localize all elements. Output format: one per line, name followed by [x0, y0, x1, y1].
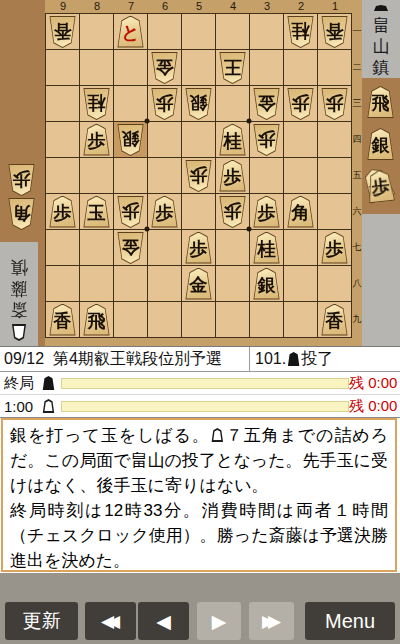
square-2-9[interactable]: [284, 302, 317, 337]
name-char: 山: [373, 36, 390, 57]
shogi-app-screen: 歩角 斎藤慎 987654321 香と桂香金王桂歩銀金歩歩歩銀桂歩歩歩歩玉歩歩歩…: [0, 0, 400, 644]
square-7-9[interactable]: [114, 302, 147, 337]
square-2-3[interactable]: 歩: [284, 86, 317, 121]
square-9-7[interactable]: [46, 230, 79, 265]
square-2-5[interactable]: [284, 158, 317, 193]
square-8-6[interactable]: 玉: [80, 194, 113, 229]
square-1-4[interactable]: [318, 122, 351, 157]
koma-歩: 歩: [116, 196, 145, 228]
square-7-3[interactable]: [114, 86, 147, 121]
square-8-4[interactable]: 歩: [80, 122, 113, 157]
game-date: 09/12: [4, 350, 44, 368]
file-label-8: 8: [80, 0, 114, 13]
koma-角: 角: [286, 196, 315, 228]
gote-clock-row: 1:00 残 0:00: [0, 395, 400, 417]
koma-歩: 歩: [48, 196, 77, 228]
white-shogi-piece-icon: [11, 324, 27, 341]
koma-歩: 歩: [252, 124, 281, 156]
square-4-7[interactable]: [216, 230, 249, 265]
koma-金: 金: [150, 52, 179, 84]
koma-飛: 飛: [82, 304, 111, 336]
file-label-3: 3: [250, 0, 284, 13]
square-8-5[interactable]: [80, 158, 113, 193]
square-1-6[interactable]: [318, 194, 351, 229]
square-9-4[interactable]: [46, 122, 79, 157]
square-8-9[interactable]: 飛: [80, 302, 113, 337]
event-name: 第4期叡王戦段位別予選: [53, 349, 222, 370]
name-char: 鎮: [373, 57, 390, 78]
koma-桂: 桂: [252, 232, 281, 264]
square-5-2[interactable]: [182, 50, 215, 85]
previous-move-button[interactable]: ◀: [138, 602, 189, 640]
square-6-7[interactable]: [148, 230, 181, 265]
square-1-8[interactable]: [318, 266, 351, 301]
shogi-board: 987654321 香と桂香金王桂歩銀金歩歩歩銀桂歩歩歩歩玉歩歩歩歩角金歩桂歩金…: [45, 0, 362, 346]
file-label-5: 5: [182, 0, 216, 13]
sente-player-name: 畠山鎮: [373, 15, 390, 78]
gote-player-name: 斎藤慎: [11, 257, 28, 320]
square-4-6[interactable]: 歩: [216, 194, 249, 229]
gote-remaining-time: 残 0:00: [349, 397, 400, 416]
file-label-4: 4: [216, 0, 250, 13]
rank-label: 四: [352, 121, 362, 157]
square-8-3[interactable]: 桂: [80, 86, 113, 121]
square-6-6[interactable]: 歩: [148, 194, 181, 229]
gote-captured-pieces[interactable]: 歩角: [0, 0, 45, 242]
black-shogi-piece-icon: [42, 376, 55, 390]
koma-香: 香: [48, 16, 77, 48]
koma-金: 金: [184, 268, 213, 300]
square-1-2[interactable]: [318, 50, 351, 85]
square-7-8[interactable]: [114, 266, 147, 301]
square-7-4[interactable]: 銀: [114, 122, 147, 157]
square-4-8[interactable]: [216, 266, 249, 301]
name-char: 藤: [11, 278, 28, 299]
koma-銀[interactable]: 銀: [366, 128, 395, 160]
update-button[interactable]: 更新: [5, 602, 78, 640]
koma-歩: 歩: [286, 88, 315, 120]
black-shogi-piece-icon: [287, 352, 300, 366]
square-3-2[interactable]: [250, 50, 283, 85]
koma-桂: 桂: [218, 124, 247, 156]
white-shogi-piece-icon: [211, 428, 224, 442]
square-7-7[interactable]: 金: [114, 230, 147, 265]
next-move-button[interactable]: ▶: [197, 602, 241, 640]
koma-歩: 歩: [150, 196, 179, 228]
sente-clock-label: 終局: [0, 374, 40, 393]
koma-歩: 歩: [252, 196, 281, 228]
sente-clock-row: 終局 残 0:00: [0, 372, 400, 395]
square-3-9[interactable]: [250, 302, 283, 337]
square-1-3[interactable]: 歩: [318, 86, 351, 121]
koma-香: 香: [320, 16, 349, 48]
board-zone: 歩角 斎藤慎 987654321 香と桂香金王桂歩銀金歩歩歩銀桂歩歩歩歩玉歩歩歩…: [0, 0, 400, 346]
rewind-to-start-button[interactable]: ◀◀: [85, 602, 136, 640]
square-1-1[interactable]: 香: [318, 14, 351, 49]
name-char: 慎: [11, 257, 28, 278]
square-7-2[interactable]: [114, 50, 147, 85]
star-point: [247, 119, 252, 124]
gote-clock-label: 1:00: [0, 398, 40, 415]
rank-label: 七: [352, 229, 362, 265]
square-5-4[interactable]: [182, 122, 215, 157]
square-5-7[interactable]: 歩: [182, 230, 215, 265]
square-8-8[interactable]: [80, 266, 113, 301]
square-3-6[interactable]: 歩: [250, 194, 283, 229]
square-2-2[interactable]: [284, 50, 317, 85]
square-9-6[interactable]: 歩: [46, 194, 79, 229]
sente-time-bar: [61, 378, 349, 389]
left-arrow-icon: ◀: [156, 612, 171, 631]
square-9-8[interactable]: [46, 266, 79, 301]
move-text: 投了: [301, 349, 333, 370]
square-9-1[interactable]: 香: [46, 14, 79, 49]
file-label-6: 6: [148, 0, 182, 13]
move-number: 101.: [255, 350, 286, 368]
koma-角[interactable]: 角: [7, 198, 36, 230]
square-2-8[interactable]: [284, 266, 317, 301]
square-8-2[interactable]: [80, 50, 113, 85]
double-left-arrow-icon: ◀◀: [101, 613, 120, 630]
koma-歩: 歩: [320, 232, 349, 264]
square-7-6[interactable]: 歩: [114, 194, 147, 229]
square-4-9[interactable]: [216, 302, 249, 337]
square-4-1[interactable]: [216, 14, 249, 49]
square-6-3[interactable]: 歩: [148, 86, 181, 121]
black-shogi-piece-icon: [373, 5, 389, 11]
comment-segment: 銀を打って玉をしばる。: [10, 426, 210, 445]
koma-香: 香: [48, 304, 77, 336]
square-3-3[interactable]: 金: [250, 86, 283, 121]
sente-sidebar: 畠山鎮 飛銀歩歩: [362, 0, 400, 346]
commentary-box[interactable]: 銀を打って玉をしばる。７五角までの詰めろだ。この局面で畠山の投了となった。先手玉…: [1, 418, 397, 572]
square-7-1[interactable]: と: [114, 14, 147, 49]
square-2-7[interactable]: [284, 230, 317, 265]
square-5-3[interactable]: 銀: [182, 86, 215, 121]
koma-飛[interactable]: 飛: [366, 86, 395, 118]
square-4-4[interactable]: 桂: [216, 122, 249, 157]
square-9-3[interactable]: [46, 86, 79, 121]
square-7-5[interactable]: [114, 158, 147, 193]
file-label-2: 2: [284, 0, 318, 13]
sente-name-panel: 畠山鎮: [362, 0, 400, 78]
koma-歩: 歩: [150, 88, 179, 120]
file-label-1: 1: [318, 0, 352, 13]
square-5-1[interactable]: [182, 14, 215, 49]
square-1-9[interactable]: 香: [318, 302, 351, 337]
gote-sidebar: 歩角 斎藤慎: [0, 0, 45, 346]
current-move: 101. 投了: [250, 349, 333, 370]
koma-桂: 桂: [82, 88, 111, 120]
square-5-6[interactable]: [182, 194, 215, 229]
koma-香: 香: [320, 304, 349, 336]
square-3-7[interactable]: 桂: [250, 230, 283, 265]
square-4-5[interactable]: 歩: [216, 158, 249, 193]
commentary-text-2: 終局時刻は12時33分。消費時間は両者１時間（チェスクロック使用）。勝った斎藤は…: [10, 498, 388, 572]
square-9-9[interactable]: 香: [46, 302, 79, 337]
rank-label: 三: [352, 85, 362, 121]
file-label-9: 9: [46, 0, 80, 13]
square-8-7[interactable]: [80, 230, 113, 265]
rank-label: 六: [352, 193, 362, 229]
koma-歩: 歩: [82, 124, 111, 156]
square-9-5[interactable]: [46, 158, 79, 193]
koma-銀: 銀: [184, 88, 213, 120]
square-5-9[interactable]: [182, 302, 215, 337]
koma-と: と: [116, 16, 145, 48]
square-9-2[interactable]: [46, 50, 79, 85]
koma-歩: 歩: [218, 196, 247, 228]
square-1-7[interactable]: 歩: [318, 230, 351, 265]
koma-歩[interactable]: 歩: [7, 164, 36, 196]
square-5-8[interactable]: 金: [182, 266, 215, 301]
square-4-2[interactable]: 王: [216, 50, 249, 85]
sidebar-filler: [362, 214, 400, 346]
name-char: 斎: [11, 299, 28, 320]
star-point: [145, 119, 150, 124]
rank-label: 八: [352, 265, 362, 301]
koma-銀: 銀: [116, 124, 145, 156]
fast-forward-button[interactable]: ▶▶: [249, 602, 294, 640]
square-3-1[interactable]: [250, 14, 283, 49]
square-2-1[interactable]: 桂: [284, 14, 317, 49]
square-6-9[interactable]: [148, 302, 181, 337]
file-label-7: 7: [114, 0, 148, 13]
square-8-1[interactable]: [80, 14, 113, 49]
gote-time-bar: [61, 401, 349, 412]
koma-歩: 歩: [184, 232, 213, 264]
square-4-3[interactable]: [216, 86, 249, 121]
board-grid: 香と桂香金王桂歩銀金歩歩歩銀桂歩歩歩歩玉歩歩歩歩角金歩桂歩金銀香飛香: [45, 13, 352, 338]
square-6-4[interactable]: [148, 122, 181, 157]
koma-王: 王: [218, 52, 247, 84]
koma-金: 金: [116, 232, 145, 264]
koma-歩: 歩: [320, 88, 349, 120]
square-2-4[interactable]: [284, 122, 317, 157]
rank-label: 九: [352, 301, 362, 337]
koma-金: 金: [252, 88, 281, 120]
square-6-8[interactable]: [148, 266, 181, 301]
commentary-text: 銀を打って玉をしばる。７五角までの詰めろだ。この局面で畠山の投了となった。先手玉…: [10, 423, 388, 498]
rank-label: 一: [352, 13, 362, 49]
right-arrow-icon: ▶: [212, 612, 227, 631]
square-5-5[interactable]: 歩: [182, 158, 215, 193]
game-info: 09/12 第4期叡王戦段位別予選: [0, 347, 250, 371]
menu-button[interactable]: Menu: [305, 602, 395, 640]
square-1-5[interactable]: [318, 158, 351, 193]
koma-銀: 銀: [252, 268, 281, 300]
rank-labels: 一二三四五六七八九: [352, 13, 362, 337]
sente-remaining-time: 残 0:00: [349, 374, 400, 393]
square-3-5[interactable]: [250, 158, 283, 193]
star-point: [247, 227, 252, 232]
koma-歩: 歩: [184, 160, 213, 192]
file-labels: 987654321: [46, 0, 352, 13]
square-6-2[interactable]: 金: [148, 50, 181, 85]
rank-label: 五: [352, 157, 362, 193]
square-2-6[interactable]: 角: [284, 194, 317, 229]
koma-玉: 玉: [82, 196, 111, 228]
gote-name-panel: 斎藤慎: [0, 242, 38, 346]
name-char: 畠: [373, 15, 390, 36]
clock-panel: 終局 残 0:00 1:00 残 0:00: [0, 372, 400, 418]
koma-桂: 桂: [286, 16, 315, 48]
sente-captured-pieces[interactable]: 飛銀歩歩: [362, 78, 400, 214]
double-right-arrow-icon: ▶▶: [262, 613, 281, 630]
square-3-4[interactable]: 歩: [250, 122, 283, 157]
square-6-1[interactable]: [148, 14, 181, 49]
koma-歩: 歩: [218, 160, 247, 192]
status-bar: 09/12 第4期叡王戦段位別予選 101. 投了: [0, 346, 400, 372]
square-3-8[interactable]: 銀: [250, 266, 283, 301]
white-shogi-piece-icon: [42, 399, 55, 413]
rank-label: 二: [352, 49, 362, 85]
square-6-5[interactable]: [148, 158, 181, 193]
star-point: [145, 227, 150, 232]
control-bar: 更新 ◀◀ ◀ ▶ ▶▶ Menu: [0, 573, 400, 644]
